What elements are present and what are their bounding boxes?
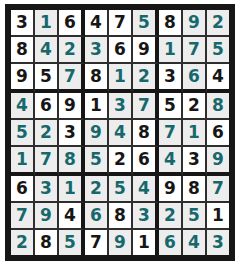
cell-r2c1[interactable]: 8 (11, 37, 35, 64)
cell-r2c5[interactable]: 6 (109, 37, 133, 64)
cell-r7c5[interactable]: 5 (109, 176, 133, 203)
cell-r9c6[interactable]: 1 (133, 230, 159, 255)
cell-r1c7[interactable]: 8 (159, 10, 183, 37)
cell-r4c4[interactable]: 1 (85, 93, 109, 120)
cell-r9c4[interactable]: 7 (85, 230, 109, 255)
cell-r3c3[interactable]: 7 (59, 64, 85, 93)
cell-r4c1[interactable]: 4 (11, 93, 35, 120)
cell-r8c4[interactable]: 6 (85, 203, 109, 230)
cell-r2c6[interactable]: 9 (133, 37, 159, 64)
cell-r1c4[interactable]: 4 (85, 10, 109, 37)
cell-r4c3[interactable]: 9 (59, 93, 85, 120)
page: 3164758928423691759578123644691375285239… (0, 0, 240, 265)
cell-r3c2[interactable]: 5 (35, 64, 59, 93)
cell-r9c9[interactable]: 3 (207, 230, 229, 255)
cell-r6c1[interactable]: 1 (11, 147, 35, 176)
cell-r7c8[interactable]: 8 (183, 176, 207, 203)
cell-r7c7[interactable]: 9 (159, 176, 183, 203)
cell-r1c9[interactable]: 2 (207, 10, 229, 37)
cell-r4c7[interactable]: 5 (159, 93, 183, 120)
cell-r6c4[interactable]: 5 (85, 147, 109, 176)
cell-r8c7[interactable]: 2 (159, 203, 183, 230)
cell-r6c7[interactable]: 4 (159, 147, 183, 176)
cell-r7c9[interactable]: 7 (207, 176, 229, 203)
cell-r5c2[interactable]: 2 (35, 120, 59, 147)
cell-r3c7[interactable]: 3 (159, 64, 183, 93)
cell-r5c7[interactable]: 7 (159, 120, 183, 147)
cell-r5c6[interactable]: 8 (133, 120, 159, 147)
cell-r6c5[interactable]: 2 (109, 147, 133, 176)
cell-r6c6[interactable]: 6 (133, 147, 159, 176)
cell-r9c7[interactable]: 6 (159, 230, 183, 255)
cell-r8c1[interactable]: 7 (11, 203, 35, 230)
cell-r4c2[interactable]: 6 (35, 93, 59, 120)
cell-r6c8[interactable]: 3 (183, 147, 207, 176)
cell-r3c1[interactable]: 9 (11, 64, 35, 93)
cell-r5c3[interactable]: 3 (59, 120, 85, 147)
cell-r5c8[interactable]: 1 (183, 120, 207, 147)
cell-r5c4[interactable]: 9 (85, 120, 109, 147)
cell-r8c3[interactable]: 4 (59, 203, 85, 230)
cell-r8c6[interactable]: 3 (133, 203, 159, 230)
cell-r1c1[interactable]: 3 (11, 10, 35, 37)
cell-r7c6[interactable]: 4 (133, 176, 159, 203)
cell-r3c8[interactable]: 6 (183, 64, 207, 93)
cell-r7c4[interactable]: 2 (85, 176, 109, 203)
cell-r6c2[interactable]: 7 (35, 147, 59, 176)
cell-r8c2[interactable]: 9 (35, 203, 59, 230)
cell-r9c5[interactable]: 9 (109, 230, 133, 255)
cell-r8c9[interactable]: 1 (207, 203, 229, 230)
sudoku-board: 3164758928423691759578123644691375285239… (5, 4, 235, 261)
cell-r1c6[interactable]: 5 (133, 10, 159, 37)
cell-r8c5[interactable]: 8 (109, 203, 133, 230)
cell-r1c5[interactable]: 7 (109, 10, 133, 37)
cell-r7c2[interactable]: 3 (35, 176, 59, 203)
cell-r3c4[interactable]: 8 (85, 64, 109, 93)
cell-r7c3[interactable]: 1 (59, 176, 85, 203)
cell-r6c9[interactable]: 9 (207, 147, 229, 176)
cell-r4c8[interactable]: 2 (183, 93, 207, 120)
cell-r3c9[interactable]: 4 (207, 64, 229, 93)
cell-r1c3[interactable]: 6 (59, 10, 85, 37)
cell-r5c1[interactable]: 5 (11, 120, 35, 147)
cell-r4c9[interactable]: 8 (207, 93, 229, 120)
cell-r3c5[interactable]: 1 (109, 64, 133, 93)
cell-r2c7[interactable]: 1 (159, 37, 183, 64)
cell-r4c6[interactable]: 7 (133, 93, 159, 120)
cell-r2c3[interactable]: 2 (59, 37, 85, 64)
cell-r2c4[interactable]: 3 (85, 37, 109, 64)
cell-r8c8[interactable]: 5 (183, 203, 207, 230)
cell-r7c1[interactable]: 6 (11, 176, 35, 203)
cell-r1c8[interactable]: 9 (183, 10, 207, 37)
cell-r6c3[interactable]: 8 (59, 147, 85, 176)
cell-r2c2[interactable]: 4 (35, 37, 59, 64)
cell-r9c8[interactable]: 4 (183, 230, 207, 255)
cell-r9c3[interactable]: 5 (59, 230, 85, 255)
cell-r1c2[interactable]: 1 (35, 10, 59, 37)
cell-r9c1[interactable]: 2 (11, 230, 35, 255)
cell-r5c9[interactable]: 6 (207, 120, 229, 147)
cell-r4c5[interactable]: 3 (109, 93, 133, 120)
cell-r2c9[interactable]: 5 (207, 37, 229, 64)
cell-r2c8[interactable]: 7 (183, 37, 207, 64)
cell-r9c2[interactable]: 8 (35, 230, 59, 255)
cell-r3c6[interactable]: 2 (133, 64, 159, 93)
cell-r5c5[interactable]: 4 (109, 120, 133, 147)
